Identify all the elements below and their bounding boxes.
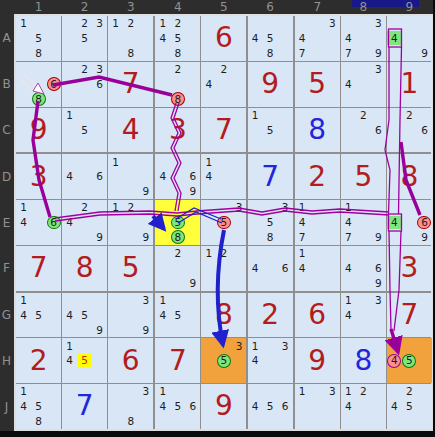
empty-slot (124, 31, 138, 45)
column-label-9: 9 (399, 1, 419, 14)
cell-D3[interactable]: 19 (108, 154, 153, 199)
empty-slot (371, 77, 385, 91)
candidate-2: 2 (171, 62, 185, 76)
candidate-6: 6 (93, 77, 107, 91)
empty-slot (47, 414, 61, 428)
candidate-5: 5 (402, 400, 416, 414)
empty-slot (202, 369, 216, 383)
cell-B5[interactable]: 24 (201, 62, 246, 107)
candidate-4: 4 (341, 216, 355, 230)
empty-slot (186, 17, 200, 31)
empty-slot (47, 400, 61, 414)
cell-H4[interactable]: 7 (155, 338, 200, 383)
cell-A9[interactable]: 49 (387, 16, 432, 61)
empty-slot (93, 354, 107, 368)
cell-B9[interactable]: 1 (387, 62, 432, 107)
cell-H5[interactable]: 35 (201, 338, 246, 383)
candidate-3: 3 (325, 17, 339, 31)
candidate-1: 1 (109, 155, 123, 169)
cell-G6[interactable]: 2 (248, 293, 293, 338)
empty-slot (47, 31, 61, 45)
cell-J9[interactable]: 245 (387, 384, 432, 429)
empty-slot (78, 170, 92, 184)
bottom-frame (0, 431, 435, 437)
cell-H3[interactable]: 6 (108, 338, 153, 383)
empty-slot (186, 261, 200, 275)
cell-B1[interactable]: 68 (16, 62, 61, 107)
empty-slot (325, 46, 339, 60)
cell-B7[interactable]: 5 (295, 62, 340, 107)
column-label-4: 4 (168, 1, 188, 14)
cell-H1[interactable]: 2 (16, 338, 61, 383)
empty-slot (78, 92, 92, 106)
cell-F7[interactable]: 14 (295, 246, 340, 291)
candidate-7: 7 (341, 46, 355, 60)
candidate-4: 4 (341, 400, 355, 414)
candidate-2: 2 (402, 108, 416, 122)
empty-slot (402, 17, 416, 31)
empty-slot (371, 385, 385, 399)
empty-slot (139, 46, 153, 60)
cell-G7[interactable]: 6 (295, 293, 340, 338)
empty-slot (63, 46, 77, 60)
empty-slot (232, 246, 246, 260)
cell-E7[interactable]: 147 (295, 200, 340, 245)
candidate-6: 6 (47, 216, 61, 230)
empty-slot (325, 400, 339, 414)
cell-J3[interactable]: 38 (108, 384, 153, 429)
cell-A5[interactable]: 6 (201, 16, 246, 61)
cell-C1[interactable]: 9 (16, 108, 61, 153)
empty-slot (156, 77, 170, 91)
candidate-2: 2 (171, 17, 185, 31)
row-label-J: J (0, 401, 13, 414)
row-label-A: A (0, 32, 13, 45)
empty-slot (63, 92, 77, 106)
empty-slot (78, 323, 92, 337)
empty-slot (109, 385, 123, 399)
cell-C9[interactable]: 26 (387, 108, 432, 153)
empty-slot (278, 17, 292, 31)
candidate-6: 6 (371, 261, 385, 275)
candidate-9: 9 (417, 230, 431, 244)
cell-E8[interactable]: 1479 (341, 200, 386, 245)
cell-J7[interactable]: 13 (295, 384, 340, 429)
empty-slot (278, 46, 292, 60)
cell-H7[interactable]: 9 (295, 338, 340, 383)
candidate-9: 9 (371, 230, 385, 244)
cell-D5[interactable]: 14 (201, 154, 246, 199)
empty-slot (278, 246, 292, 260)
candidate-6: 6 (417, 123, 431, 137)
candidate-6: 6 (186, 400, 200, 414)
cell-value: 9 (30, 116, 48, 144)
empty-slot (387, 46, 401, 60)
empty-slot (139, 170, 153, 184)
empty-slot (387, 123, 401, 137)
empty-slot (124, 170, 138, 184)
cell-D9[interactable]: 8 (387, 154, 432, 199)
empty-slot (202, 276, 216, 290)
cell-G4[interactable]: 145 (155, 293, 200, 338)
empty-slot (232, 155, 246, 169)
empty-slot (232, 216, 246, 230)
empty-slot (124, 385, 138, 399)
cell-J6[interactable]: 456 (248, 384, 293, 429)
candidate-4: 4 (341, 31, 355, 45)
candidate-6: 6 (186, 170, 200, 184)
cell-J1[interactable]: 1458 (16, 384, 61, 429)
cell-value: 6 (122, 347, 140, 375)
candidate-2: 2 (217, 62, 231, 76)
candidate-9: 9 (417, 46, 431, 60)
cell-C6[interactable]: 15 (248, 108, 293, 153)
empty-slot (202, 339, 216, 353)
cell-E6[interactable]: 358 (248, 200, 293, 245)
cell-D7[interactable]: 2 (295, 154, 340, 199)
empty-slot (356, 414, 370, 428)
empty-slot (325, 414, 339, 428)
empty-slot (387, 339, 401, 353)
cell-B8[interactable]: 34 (341, 62, 386, 107)
cell-G5[interactable]: 8 (201, 293, 246, 338)
cell-A4[interactable]: 12458 (155, 16, 200, 61)
empty-slot (310, 17, 324, 31)
empty-slot (402, 123, 416, 137)
cell-F9[interactable]: 3 (387, 246, 432, 291)
empty-slot (63, 138, 77, 152)
empty-slot (248, 385, 262, 399)
candidate-4: 4 (202, 170, 216, 184)
cell-C4[interactable]: 3 (155, 108, 200, 153)
empty-slot (263, 138, 277, 152)
empty-slot (341, 62, 355, 76)
candidate-1: 1 (109, 17, 123, 31)
candidate-3: 3 (139, 385, 153, 399)
empty-slot (17, 46, 31, 60)
candidate-4: 4 (156, 308, 170, 322)
candidate-9: 9 (139, 323, 153, 337)
empty-slot (78, 230, 92, 244)
empty-slot (186, 308, 200, 322)
empty-slot (295, 17, 309, 31)
candidate-4: 4 (63, 216, 77, 230)
empty-slot (217, 369, 231, 383)
empty-slot (295, 414, 309, 428)
empty-slot (263, 354, 277, 368)
cell-value: 9 (261, 70, 279, 98)
empty-slot (356, 31, 370, 45)
empty-slot (124, 293, 138, 307)
cell-A1[interactable]: 158 (16, 16, 61, 61)
empty-slot (47, 62, 61, 76)
candidate-1: 1 (295, 201, 309, 215)
empty-slot (47, 293, 61, 307)
empty-slot (310, 31, 324, 45)
empty-slot (341, 276, 355, 290)
cell-F4[interactable]: 29 (155, 246, 200, 291)
empty-slot (248, 123, 262, 137)
cell-G1[interactable]: 145 (16, 293, 61, 338)
empty-slot (417, 369, 431, 383)
empty-slot (171, 261, 185, 275)
candidate-8: 8 (32, 414, 46, 428)
cell-D1[interactable]: 3 (16, 154, 61, 199)
candidate-1: 1 (295, 246, 309, 260)
empty-slot (171, 323, 185, 337)
cell-D8[interactable]: 5 (341, 154, 386, 199)
empty-slot (186, 414, 200, 428)
empty-slot (171, 276, 185, 290)
row-label-F: F (0, 262, 13, 275)
cell-value: 5 (308, 70, 326, 98)
empty-slot (371, 414, 385, 428)
cell-H8[interactable]: 8 (341, 338, 386, 383)
empty-slot (341, 323, 355, 337)
candidate-4: 4 (156, 400, 170, 414)
candidate-1: 1 (248, 108, 262, 122)
empty-slot (32, 293, 46, 307)
candidate-5: 5 (263, 31, 277, 45)
cell-value: 2 (261, 301, 279, 329)
candidate-1: 1 (202, 246, 216, 260)
empty-slot (17, 62, 31, 76)
empty-slot (202, 354, 216, 368)
cell-E3[interactable]: 129 (108, 200, 153, 245)
cell-B2[interactable]: 236 (62, 62, 107, 107)
candidate-1: 1 (17, 293, 31, 307)
empty-slot (63, 62, 77, 76)
empty-slot (63, 369, 77, 383)
cell-F8[interactable]: 469 (341, 246, 386, 291)
candidate-4: 4 (387, 400, 401, 414)
empty-slot (325, 31, 339, 45)
empty-slot (341, 108, 355, 122)
empty-slot (310, 46, 324, 60)
cell-F5[interactable]: 12 (201, 246, 246, 291)
candidate-6: 6 (47, 77, 61, 91)
empty-slot (232, 62, 246, 76)
cell-D6[interactable]: 7 (248, 154, 293, 199)
empty-slot (156, 261, 170, 275)
empty-slot (371, 400, 385, 414)
empty-slot (325, 276, 339, 290)
empty-slot (341, 414, 355, 428)
candidate-1: 1 (295, 385, 309, 399)
empty-slot (402, 46, 416, 60)
cell-A7[interactable]: 347 (295, 16, 340, 61)
empty-slot (186, 155, 200, 169)
empty-slot (139, 201, 153, 215)
candidate-5: 5 (217, 354, 231, 368)
column-label-5: 5 (214, 1, 234, 14)
empty-slot (109, 170, 123, 184)
candidate-4: 4 (17, 216, 31, 230)
empty-slot (186, 385, 200, 399)
candidate-9: 9 (93, 323, 107, 337)
empty-slot (93, 31, 107, 45)
empty-slot (17, 230, 31, 244)
empty-slot (139, 216, 153, 230)
empty-slot (371, 323, 385, 337)
cell-C2[interactable]: 15 (62, 108, 107, 153)
cell-value: 8 (354, 347, 372, 375)
empty-slot (387, 414, 401, 428)
empty-slot (17, 31, 31, 45)
empty-slot (371, 138, 385, 152)
cell-J5[interactable]: 9 (201, 384, 246, 429)
empty-slot (186, 77, 200, 91)
cell-E4[interactable]: 58 (155, 200, 200, 245)
candidate-1: 1 (63, 339, 77, 353)
empty-slot (171, 201, 185, 215)
cell-A8[interactable]: 3479 (341, 16, 386, 61)
cell-value: 7 (401, 301, 419, 329)
candidate-7: 7 (341, 230, 355, 244)
cell-J8[interactable]: 124 (341, 384, 386, 429)
cell-value: 1 (401, 70, 419, 98)
cell-G2[interactable]: 459 (62, 293, 107, 338)
cell-G3[interactable]: 39 (108, 293, 153, 338)
empty-slot (124, 308, 138, 322)
empty-slot (171, 293, 185, 307)
empty-slot (217, 92, 231, 106)
candidate-6: 6 (417, 216, 431, 230)
empty-slot (93, 123, 107, 137)
empty-slot (387, 138, 401, 152)
candidate-4: 4 (341, 308, 355, 322)
empty-slot (341, 92, 355, 106)
empty-slot (109, 185, 123, 199)
candidate-4: 4 (341, 261, 355, 275)
empty-slot (217, 261, 231, 275)
cell-F6[interactable]: 46 (248, 246, 293, 291)
cell-F3[interactable]: 5 (108, 246, 153, 291)
cell-J4[interactable]: 1456 (155, 384, 200, 429)
empty-slot (47, 92, 61, 106)
empty-slot (63, 155, 77, 169)
cell-H2[interactable]: 145 (62, 338, 107, 383)
candidate-5: 5 (263, 400, 277, 414)
empty-slot (93, 201, 107, 215)
cell-G8[interactable]: 134 (341, 293, 386, 338)
empty-slot (17, 414, 31, 428)
empty-slot (371, 31, 385, 45)
cell-C5[interactable]: 7 (201, 108, 246, 153)
empty-slot (387, 108, 401, 122)
candidate-4: 4 (248, 31, 262, 45)
candidate-3: 3 (232, 201, 246, 215)
empty-slot (171, 170, 185, 184)
candidate-5: 5 (78, 308, 92, 322)
cell-E2[interactable]: 249 (62, 200, 107, 245)
empty-slot (310, 230, 324, 244)
candidate-2: 2 (356, 108, 370, 122)
candidate-6: 6 (278, 400, 292, 414)
cell-B4[interactable]: 28 (155, 62, 200, 107)
candidate-5: 5 (78, 123, 92, 137)
cell-A6[interactable]: 458 (248, 16, 293, 61)
empty-slot (32, 17, 46, 31)
empty-slot (310, 414, 324, 428)
empty-slot (78, 155, 92, 169)
cell-B6[interactable]: 9 (248, 62, 293, 107)
candidate-2: 2 (78, 62, 92, 76)
candidate-4: 4 (341, 77, 355, 91)
empty-slot (263, 414, 277, 428)
candidate-3: 3 (232, 339, 246, 353)
empty-slot (186, 230, 200, 244)
cell-C3[interactable]: 4 (108, 108, 153, 153)
cell-C7[interactable]: 8 (295, 108, 340, 153)
candidate-1: 1 (248, 339, 262, 353)
column-label-6: 6 (260, 1, 280, 14)
empty-slot (325, 246, 339, 260)
cell-J2[interactable]: 7 (62, 384, 107, 429)
empty-slot (371, 108, 385, 122)
candidate-4: 4 (63, 170, 77, 184)
cell-E9[interactable]: 469 (387, 200, 432, 245)
candidate-8: 8 (124, 46, 138, 60)
cell-D4[interactable]: 469 (155, 154, 200, 199)
candidate-1: 1 (202, 155, 216, 169)
candidate-5: 5 (402, 354, 416, 368)
empty-slot (202, 62, 216, 76)
candidate-3: 3 (371, 62, 385, 76)
candidate-8: 8 (171, 230, 185, 244)
candidate-1: 1 (17, 17, 31, 31)
empty-slot (387, 385, 401, 399)
candidate-3: 3 (278, 339, 292, 353)
empty-slot (93, 293, 107, 307)
empty-slot (217, 230, 231, 244)
empty-slot (156, 216, 170, 230)
cell-H9[interactable]: 45 (387, 338, 432, 383)
empty-slot (139, 308, 153, 322)
candidate-4: 4 (248, 354, 262, 368)
candidate-5: 5 (263, 123, 277, 137)
empty-slot (171, 385, 185, 399)
empty-slot (156, 185, 170, 199)
cell-A3[interactable]: 128 (108, 16, 153, 61)
column-label-8: 8 (353, 1, 373, 14)
cell-E5[interactable]: 35 (201, 200, 246, 245)
cell-value: 2 (308, 163, 326, 191)
empty-slot (93, 216, 107, 230)
cell-G9[interactable]: 7 (387, 293, 432, 338)
candidate-4: 4 (387, 354, 401, 368)
cell-D2[interactable]: 46 (62, 154, 107, 199)
candidate-9: 9 (371, 46, 385, 60)
cell-C8[interactable]: 26 (341, 108, 386, 153)
cell-F1[interactable]: 7 (16, 246, 61, 291)
cell-H6[interactable]: 134 (248, 338, 293, 383)
empty-slot (232, 354, 246, 368)
candidate-6: 6 (371, 123, 385, 137)
empty-slot (78, 77, 92, 91)
empty-slot (356, 230, 370, 244)
empty-slot (217, 155, 231, 169)
empty-slot (47, 230, 61, 244)
cell-A2[interactable]: 235 (62, 16, 107, 61)
empty-slot (47, 308, 61, 322)
candidate-3: 3 (325, 385, 339, 399)
cell-B3[interactable]: 7 (108, 62, 153, 107)
cell-E1[interactable]: 146 (16, 200, 61, 245)
empty-slot (186, 216, 200, 230)
cell-F2[interactable]: 8 (62, 246, 107, 291)
empty-slot (402, 230, 416, 244)
